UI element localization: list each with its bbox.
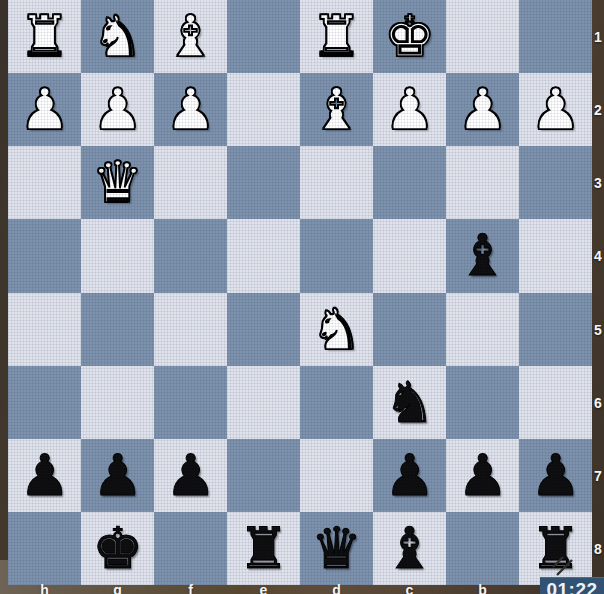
square-e5[interactable]	[227, 293, 300, 366]
square-e7[interactable]	[227, 439, 300, 512]
black-pawn[interactable]: ♟	[154, 439, 227, 512]
white-knight[interactable]: ♞	[81, 0, 154, 73]
square-h7[interactable]: ♟	[8, 439, 81, 512]
square-f7[interactable]: ♟	[154, 439, 227, 512]
square-b1[interactable]	[446, 0, 519, 73]
square-c4[interactable]	[373, 219, 446, 292]
square-b2[interactable]: ♟	[446, 73, 519, 146]
square-h6[interactable]	[8, 366, 81, 439]
rank-label-5: 5	[592, 323, 604, 337]
square-a1[interactable]	[519, 0, 592, 73]
white-pawn[interactable]: ♟	[373, 73, 446, 146]
square-g4[interactable]	[81, 219, 154, 292]
chess-board: ♜♞♝♜♚♟♟♟♝♟♟♟♛♝♞♞♟♟♟♟♟♟♚♜♛♝♜	[8, 0, 592, 585]
rank-label-4: 4	[592, 249, 604, 263]
white-pawn[interactable]: ♟	[154, 73, 227, 146]
white-rook[interactable]: ♜	[8, 0, 81, 73]
white-rook[interactable]: ♜	[300, 0, 373, 73]
square-g1[interactable]: ♞	[81, 0, 154, 73]
square-g3[interactable]: ♛	[81, 146, 154, 219]
square-b7[interactable]: ♟	[446, 439, 519, 512]
square-f4[interactable]	[154, 219, 227, 292]
file-label-b: b	[446, 583, 519, 594]
chess-app-window: ♜♞♝♜♚♟♟♟♝♟♟♟♛♝♞♞♟♟♟♟♟♟♚♜♛♝♜ hgfedcb 1234…	[0, 0, 604, 594]
square-h3[interactable]	[8, 146, 81, 219]
square-c5[interactable]	[373, 293, 446, 366]
square-f6[interactable]	[154, 366, 227, 439]
black-pawn[interactable]: ♟	[81, 439, 154, 512]
file-label-g: g	[81, 583, 154, 594]
white-bishop[interactable]: ♝	[154, 0, 227, 73]
black-pawn[interactable]: ♟	[519, 439, 592, 512]
player-clock: 01:22	[540, 577, 604, 594]
square-d2[interactable]: ♝	[300, 73, 373, 146]
black-bishop[interactable]: ♝	[446, 219, 519, 292]
square-e2[interactable]	[227, 73, 300, 146]
square-c7[interactable]: ♟	[373, 439, 446, 512]
square-a4[interactable]	[519, 219, 592, 292]
square-g7[interactable]: ♟	[81, 439, 154, 512]
square-c6[interactable]: ♞	[373, 366, 446, 439]
square-h1[interactable]: ♜	[8, 0, 81, 73]
square-f5[interactable]	[154, 293, 227, 366]
black-queen[interactable]: ♛	[300, 512, 373, 585]
square-c1[interactable]: ♚	[373, 0, 446, 73]
rank-label-3: 3	[592, 176, 604, 190]
rank-label-8: 8	[592, 542, 604, 556]
file-label-c: c	[373, 583, 446, 594]
square-g6[interactable]	[81, 366, 154, 439]
square-a2[interactable]: ♟	[519, 73, 592, 146]
white-king[interactable]: ♚	[373, 0, 446, 73]
square-d5[interactable]: ♞	[300, 293, 373, 366]
square-a6[interactable]	[519, 366, 592, 439]
black-pawn[interactable]: ♟	[446, 439, 519, 512]
square-g8[interactable]: ♚	[81, 512, 154, 585]
square-e4[interactable]	[227, 219, 300, 292]
black-bishop[interactable]: ♝	[373, 512, 446, 585]
board-resize-handle[interactable]	[548, 555, 575, 579]
white-knight[interactable]: ♞	[300, 293, 373, 366]
black-rook[interactable]: ♜	[227, 512, 300, 585]
square-h5[interactable]	[8, 293, 81, 366]
square-b5[interactable]	[446, 293, 519, 366]
white-queen[interactable]: ♛	[81, 146, 154, 219]
white-pawn[interactable]: ♟	[8, 73, 81, 146]
square-f1[interactable]: ♝	[154, 0, 227, 73]
black-king[interactable]: ♚	[81, 512, 154, 585]
black-pawn[interactable]: ♟	[373, 439, 446, 512]
square-e3[interactable]	[227, 146, 300, 219]
rank-label-1: 1	[592, 30, 604, 44]
square-b6[interactable]	[446, 366, 519, 439]
square-a7[interactable]: ♟	[519, 439, 592, 512]
square-b8[interactable]	[446, 512, 519, 585]
rank-label-2: 2	[592, 103, 604, 117]
white-bishop[interactable]: ♝	[300, 73, 373, 146]
square-a5[interactable]	[519, 293, 592, 366]
square-d1[interactable]: ♜	[300, 0, 373, 73]
square-c3[interactable]	[373, 146, 446, 219]
square-d4[interactable]	[300, 219, 373, 292]
square-a3[interactable]	[519, 146, 592, 219]
square-g2[interactable]: ♟	[81, 73, 154, 146]
square-c2[interactable]: ♟	[373, 73, 446, 146]
rank-label-7: 7	[592, 469, 604, 483]
square-f3[interactable]	[154, 146, 227, 219]
square-d7[interactable]	[300, 439, 373, 512]
square-g5[interactable]	[81, 293, 154, 366]
square-e1[interactable]	[227, 0, 300, 73]
rank-label-6: 6	[592, 396, 604, 410]
square-d3[interactable]	[300, 146, 373, 219]
square-e8[interactable]: ♜	[227, 512, 300, 585]
black-knight[interactable]: ♞	[373, 366, 446, 439]
file-label-f: f	[154, 583, 227, 594]
black-pawn[interactable]: ♟	[8, 439, 81, 512]
square-d6[interactable]	[300, 366, 373, 439]
white-pawn[interactable]: ♟	[81, 73, 154, 146]
white-pawn[interactable]: ♟	[446, 73, 519, 146]
square-e6[interactable]	[227, 366, 300, 439]
square-c8[interactable]: ♝	[373, 512, 446, 585]
square-h8[interactable]	[8, 512, 81, 585]
file-label-e: e	[227, 583, 300, 594]
white-pawn[interactable]: ♟	[519, 73, 592, 146]
square-h4[interactable]	[8, 219, 81, 292]
square-b3[interactable]	[446, 146, 519, 219]
file-label-h: h	[8, 583, 81, 594]
square-f2[interactable]: ♟	[154, 73, 227, 146]
square-f8[interactable]	[154, 512, 227, 585]
square-d8[interactable]: ♛	[300, 512, 373, 585]
file-label-d: d	[300, 583, 373, 594]
square-b4[interactable]: ♝	[446, 219, 519, 292]
square-h2[interactable]: ♟	[8, 73, 81, 146]
